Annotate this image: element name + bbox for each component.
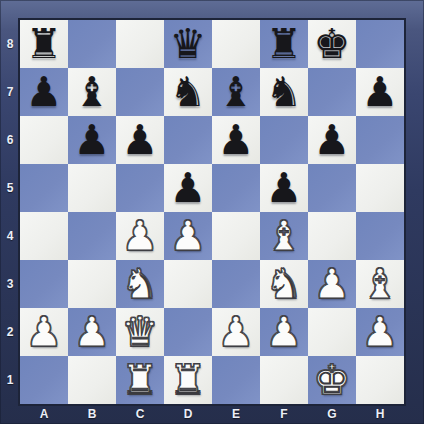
rank-label: 6 (0, 116, 20, 164)
piece-black-rook[interactable]: ♜ (26, 20, 63, 68)
piece-black-queen[interactable]: ♛ (170, 20, 207, 68)
piece-black-pawn[interactable]: ♟ (266, 164, 303, 212)
square-a2[interactable]: ♟ (20, 308, 68, 356)
square-g6[interactable]: ♟ (308, 116, 356, 164)
square-g5[interactable] (308, 164, 356, 212)
square-a8[interactable]: ♜ (20, 20, 68, 68)
square-b5[interactable] (68, 164, 116, 212)
square-g8[interactable]: ♚ (308, 20, 356, 68)
piece-black-knight[interactable]: ♞ (266, 68, 303, 116)
square-g4[interactable] (308, 212, 356, 260)
rank-labels: 8 7 6 5 4 3 2 1 (0, 20, 20, 404)
square-b2[interactable]: ♟ (68, 308, 116, 356)
square-f1[interactable] (260, 356, 308, 404)
file-label: A (20, 404, 68, 424)
piece-white-pawn[interactable]: ♟ (26, 308, 63, 356)
square-a3[interactable] (20, 260, 68, 308)
square-h3[interactable]: ♝ (356, 260, 404, 308)
square-f8[interactable]: ♜ (260, 20, 308, 68)
square-a4[interactable] (20, 212, 68, 260)
piece-black-bishop[interactable]: ♝ (74, 68, 111, 116)
square-h5[interactable] (356, 164, 404, 212)
square-a7[interactable]: ♟ (20, 68, 68, 116)
square-f5[interactable]: ♟ (260, 164, 308, 212)
square-b8[interactable] (68, 20, 116, 68)
piece-white-queen[interactable]: ♛ (122, 308, 159, 356)
piece-white-pawn[interactable]: ♟ (218, 308, 255, 356)
file-label: C (116, 404, 164, 424)
square-b1[interactable] (68, 356, 116, 404)
square-c1[interactable]: ♜ (116, 356, 164, 404)
rank-label: 7 (0, 68, 20, 116)
piece-black-king[interactable]: ♚ (314, 20, 351, 68)
piece-black-pawn[interactable]: ♟ (362, 68, 399, 116)
rank-label: 5 (0, 164, 20, 212)
square-d5[interactable]: ♟ (164, 164, 212, 212)
square-b6[interactable]: ♟ (68, 116, 116, 164)
square-e1[interactable] (212, 356, 260, 404)
square-h8[interactable] (356, 20, 404, 68)
square-a1[interactable] (20, 356, 68, 404)
square-c3[interactable]: ♞ (116, 260, 164, 308)
piece-white-pawn[interactable]: ♟ (362, 308, 399, 356)
square-f4[interactable]: ♝ (260, 212, 308, 260)
square-d3[interactable] (164, 260, 212, 308)
piece-white-knight[interactable]: ♞ (266, 260, 303, 308)
square-e8[interactable] (212, 20, 260, 68)
square-d1[interactable]: ♜ (164, 356, 212, 404)
piece-black-pawn[interactable]: ♟ (314, 116, 351, 164)
piece-white-rook[interactable]: ♜ (122, 356, 159, 404)
square-c8[interactable] (116, 20, 164, 68)
rank-label: 3 (0, 260, 20, 308)
square-d2[interactable] (164, 308, 212, 356)
piece-black-pawn[interactable]: ♟ (26, 68, 63, 116)
piece-white-pawn[interactable]: ♟ (314, 260, 351, 308)
piece-white-bishop[interactable]: ♝ (266, 212, 303, 260)
chess-board-frame: 8 7 6 5 4 3 2 1 ♜♛♜♚♟♝♞♝♞♟♟♟♟♟♟♟♟♟♝♞♞♟♝♟… (0, 0, 424, 424)
square-f2[interactable]: ♟ (260, 308, 308, 356)
piece-white-rook[interactable]: ♜ (170, 356, 207, 404)
rank-label: 4 (0, 212, 20, 260)
file-label: F (260, 404, 308, 424)
square-h6[interactable] (356, 116, 404, 164)
square-e4[interactable] (212, 212, 260, 260)
file-labels: A B C D E F G H (20, 404, 404, 424)
square-b4[interactable] (68, 212, 116, 260)
square-h1[interactable] (356, 356, 404, 404)
square-e7[interactable]: ♝ (212, 68, 260, 116)
piece-black-pawn[interactable]: ♟ (74, 116, 111, 164)
square-h7[interactable]: ♟ (356, 68, 404, 116)
piece-white-knight[interactable]: ♞ (122, 260, 159, 308)
square-f6[interactable] (260, 116, 308, 164)
piece-black-pawn[interactable]: ♟ (218, 116, 255, 164)
piece-white-bishop[interactable]: ♝ (362, 260, 399, 308)
square-f7[interactable]: ♞ (260, 68, 308, 116)
square-c4[interactable]: ♟ (116, 212, 164, 260)
square-c6[interactable]: ♟ (116, 116, 164, 164)
rank-label: 2 (0, 308, 20, 356)
square-e3[interactable] (212, 260, 260, 308)
file-label: B (68, 404, 116, 424)
square-e6[interactable]: ♟ (212, 116, 260, 164)
piece-black-bishop[interactable]: ♝ (218, 68, 255, 116)
square-g3[interactable]: ♟ (308, 260, 356, 308)
piece-white-pawn[interactable]: ♟ (74, 308, 111, 356)
file-label: G (308, 404, 356, 424)
square-b3[interactable] (68, 260, 116, 308)
piece-white-pawn[interactable]: ♟ (266, 308, 303, 356)
square-d7[interactable]: ♞ (164, 68, 212, 116)
piece-black-pawn[interactable]: ♟ (170, 164, 207, 212)
square-g1[interactable]: ♚ (308, 356, 356, 404)
piece-black-pawn[interactable]: ♟ (122, 116, 159, 164)
file-label: D (164, 404, 212, 424)
square-e2[interactable]: ♟ (212, 308, 260, 356)
square-h4[interactable] (356, 212, 404, 260)
square-e5[interactable] (212, 164, 260, 212)
square-a5[interactable] (20, 164, 68, 212)
square-d8[interactable]: ♛ (164, 20, 212, 68)
file-label: E (212, 404, 260, 424)
piece-black-rook[interactable]: ♜ (266, 20, 303, 68)
rank-label: 1 (0, 356, 20, 404)
square-c2[interactable]: ♛ (116, 308, 164, 356)
square-d4[interactable]: ♟ (164, 212, 212, 260)
piece-white-king[interactable]: ♚ (314, 356, 351, 404)
piece-white-pawn[interactable]: ♟ (170, 212, 207, 260)
square-c5[interactable] (116, 164, 164, 212)
rank-label: 8 (0, 20, 20, 68)
square-g2[interactable] (308, 308, 356, 356)
square-b7[interactable]: ♝ (68, 68, 116, 116)
square-h2[interactable]: ♟ (356, 308, 404, 356)
square-d6[interactable] (164, 116, 212, 164)
square-f3[interactable]: ♞ (260, 260, 308, 308)
piece-white-pawn[interactable]: ♟ (122, 212, 159, 260)
board-grid: ♜♛♜♚♟♝♞♝♞♟♟♟♟♟♟♟♟♟♝♞♞♟♝♟♟♛♟♟♟♜♜♚ (20, 20, 404, 404)
piece-black-knight[interactable]: ♞ (170, 68, 207, 116)
square-g7[interactable] (308, 68, 356, 116)
file-label: H (356, 404, 404, 424)
square-a6[interactable] (20, 116, 68, 164)
square-c7[interactable] (116, 68, 164, 116)
